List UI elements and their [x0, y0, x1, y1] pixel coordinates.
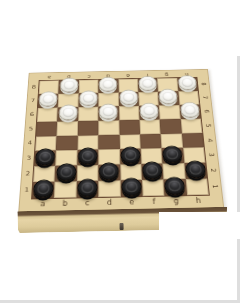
file-label-b: b: [54, 198, 77, 211]
white-man-b8[interactable]: [59, 78, 78, 93]
file-label-e: e: [120, 196, 143, 209]
square-d8[interactable]: [98, 79, 118, 93]
square-e1[interactable]: [120, 180, 142, 197]
clasp: [119, 223, 123, 230]
file-label-g: g: [165, 195, 188, 208]
black-man-g1[interactable]: [164, 176, 186, 194]
square-g3[interactable]: [162, 148, 184, 164]
white-man-h8[interactable]: [177, 75, 197, 90]
white-man-e7[interactable]: [119, 90, 138, 105]
square-b2[interactable]: [55, 166, 77, 182]
square-h4[interactable]: [182, 133, 204, 148]
square-a6[interactable]: [37, 107, 58, 121]
file-label-d: d: [98, 197, 120, 210]
white-man-f8[interactable]: [138, 76, 157, 91]
square-c3[interactable]: [77, 150, 98, 166]
white-man-f6[interactable]: [139, 103, 159, 119]
square-d5[interactable]: [98, 120, 119, 135]
black-man-b2[interactable]: [56, 163, 77, 181]
square-h8[interactable]: [177, 77, 198, 91]
square-b1[interactable]: [54, 181, 76, 198]
square-d6[interactable]: [98, 106, 118, 120]
black-man-c3[interactable]: [78, 147, 98, 164]
board-squares: [32, 77, 209, 198]
white-man-d8[interactable]: [99, 77, 118, 92]
square-g1[interactable]: [164, 179, 187, 196]
square-f6[interactable]: [139, 105, 160, 119]
square-e3[interactable]: [119, 149, 141, 165]
square-f1[interactable]: [142, 179, 165, 196]
black-man-e3[interactable]: [120, 146, 140, 163]
white-man-a7[interactable]: [39, 91, 59, 107]
square-h5[interactable]: [180, 118, 202, 133]
square-b5[interactable]: [57, 121, 78, 136]
square-f5[interactable]: [139, 119, 160, 134]
square-d1[interactable]: [98, 180, 120, 197]
square-e6[interactable]: [119, 106, 140, 120]
square-g5[interactable]: [160, 119, 182, 134]
product-photo: abcdefgh abcdefgh 87654321 87654321: [0, 0, 240, 303]
square-a3[interactable]: [34, 151, 56, 167]
square-g7[interactable]: [158, 91, 179, 105]
file-label-c: c: [76, 197, 98, 210]
square-e7[interactable]: [118, 92, 138, 106]
white-man-b6[interactable]: [58, 105, 78, 121]
square-c6[interactable]: [78, 106, 98, 120]
black-man-g3[interactable]: [162, 145, 183, 162]
square-h1[interactable]: [185, 179, 208, 196]
square-b8[interactable]: [59, 80, 79, 94]
square-d4[interactable]: [98, 134, 119, 149]
square-f4[interactable]: [140, 134, 162, 149]
square-c1[interactable]: [76, 181, 98, 198]
square-f8[interactable]: [138, 78, 158, 92]
white-man-g7[interactable]: [159, 89, 179, 104]
black-man-c1[interactable]: [77, 178, 98, 196]
square-b4[interactable]: [56, 135, 77, 150]
square-h6[interactable]: [179, 104, 201, 118]
square-d2[interactable]: [98, 165, 120, 181]
black-man-d2[interactable]: [99, 162, 119, 180]
file-label-a: a: [31, 198, 54, 211]
white-patch: [159, 212, 240, 239]
square-a7[interactable]: [38, 94, 59, 108]
black-man-a1[interactable]: [33, 179, 54, 198]
square-c7[interactable]: [78, 93, 98, 107]
square-h2[interactable]: [184, 163, 207, 179]
square-a5[interactable]: [36, 121, 57, 136]
black-man-f2[interactable]: [142, 161, 163, 179]
square-f2[interactable]: [141, 164, 163, 180]
square-e5[interactable]: [119, 120, 140, 135]
board-tilt-wrapper: abcdefgh abcdefgh 87654321 87654321: [0, 0, 240, 303]
square-c5[interactable]: [78, 120, 99, 135]
file-label-f: f: [143, 196, 166, 209]
black-man-e1[interactable]: [121, 177, 142, 195]
file-label-h: h: [187, 195, 210, 208]
checkers-board: abcdefgh abcdefgh 87654321 87654321: [18, 69, 224, 212]
square-a1[interactable]: [32, 182, 55, 199]
black-man-a3[interactable]: [35, 148, 56, 165]
square-b6[interactable]: [57, 107, 78, 121]
square-g6[interactable]: [159, 105, 180, 119]
white-man-h6[interactable]: [180, 102, 201, 118]
white-man-d6[interactable]: [99, 104, 118, 120]
black-man-h2[interactable]: [184, 160, 206, 178]
white-man-c7[interactable]: [79, 91, 98, 107]
